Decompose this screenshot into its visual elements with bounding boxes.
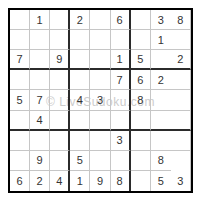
given-digit: 2 xyxy=(77,14,83,26)
cell-r6c6[interactable] xyxy=(111,111,131,131)
cell-r4c6[interactable]: 7 xyxy=(111,70,131,90)
cell-r5c2[interactable]: 7 xyxy=(30,90,50,110)
cell-r3c8[interactable] xyxy=(151,50,171,70)
given-digit: 9 xyxy=(97,175,103,187)
cell-r4c2[interactable] xyxy=(30,70,50,90)
cell-r3c7[interactable]: 5 xyxy=(131,50,151,70)
cell-r7c9[interactable] xyxy=(171,131,191,151)
cell-r2c3[interactable] xyxy=(50,30,70,50)
cell-r7c6[interactable]: 3 xyxy=(111,131,131,151)
given-digit: 1 xyxy=(77,175,83,187)
sudoku-page: © LiveSudoku.com 12638179152762574384395… xyxy=(0,0,200,200)
given-digit: 2 xyxy=(158,74,164,86)
cell-r2c7[interactable] xyxy=(131,30,151,50)
cell-r1c2[interactable]: 1 xyxy=(30,10,50,30)
cell-r3c9[interactable]: 2 xyxy=(171,50,191,70)
cell-r3c5[interactable] xyxy=(90,50,110,70)
cell-r7c8[interactable] xyxy=(151,131,171,151)
cell-r4c3[interactable] xyxy=(50,70,70,90)
cell-r4c1[interactable] xyxy=(10,70,30,90)
given-digit: 5 xyxy=(158,175,164,187)
cell-r4c7[interactable]: 6 xyxy=(131,70,151,90)
cell-r9c7[interactable] xyxy=(131,171,151,191)
given-digit: 8 xyxy=(177,14,183,26)
given-digit: 4 xyxy=(37,114,43,126)
cell-r9c4[interactable]: 1 xyxy=(70,171,90,191)
cell-r9c6[interactable]: 8 xyxy=(111,171,131,191)
cell-r2c9[interactable] xyxy=(171,30,191,50)
given-digit: 3 xyxy=(97,94,103,106)
given-digit: 4 xyxy=(56,175,62,187)
cell-r8c8[interactable]: 8 xyxy=(151,151,171,171)
given-digit: 5 xyxy=(137,53,143,65)
cell-r7c2[interactable] xyxy=(30,131,50,151)
cell-r9c5[interactable]: 9 xyxy=(90,171,110,191)
given-digit: 9 xyxy=(37,154,43,166)
cell-r8c5[interactable] xyxy=(90,151,110,171)
cell-r1c8[interactable]: 3 xyxy=(151,10,171,30)
cell-r9c1[interactable]: 6 xyxy=(10,171,30,191)
cell-r8c7[interactable] xyxy=(131,151,151,171)
cell-r1c3[interactable] xyxy=(50,10,70,30)
given-digit: 9 xyxy=(56,53,62,65)
cell-r9c2[interactable]: 2 xyxy=(30,171,50,191)
given-digit: 8 xyxy=(158,154,164,166)
cell-r3c3[interactable]: 9 xyxy=(50,50,70,70)
cell-r8c4[interactable]: 5 xyxy=(70,151,90,171)
given-digit: 7 xyxy=(37,94,43,106)
given-digit: 8 xyxy=(117,175,123,187)
cell-r5c6[interactable] xyxy=(111,90,131,110)
cell-r6c2[interactable]: 4 xyxy=(30,111,50,131)
cell-r7c3[interactable] xyxy=(50,131,70,151)
cell-r1c9[interactable]: 8 xyxy=(171,10,191,30)
cell-r9c8[interactable]: 5 xyxy=(151,171,171,191)
given-digit: 6 xyxy=(117,14,123,26)
cell-r2c1[interactable] xyxy=(10,30,30,50)
given-digit: 5 xyxy=(16,94,22,106)
cell-r6c1[interactable] xyxy=(10,111,30,131)
given-digit: 2 xyxy=(37,175,43,187)
cell-r2c8[interactable]: 1 xyxy=(151,30,171,50)
given-digit: 3 xyxy=(117,134,123,146)
given-digit: 7 xyxy=(16,53,22,65)
given-digit: 1 xyxy=(158,34,164,46)
cell-r6c5[interactable] xyxy=(90,111,110,131)
cell-r6c3[interactable] xyxy=(50,111,70,131)
cell-r6c8[interactable] xyxy=(151,111,171,131)
cell-r8c1[interactable] xyxy=(10,151,30,171)
given-digit: 7 xyxy=(117,74,123,86)
cell-r5c4[interactable]: 4 xyxy=(70,90,90,110)
sudoku-board: © LiveSudoku.com 12638179152762574384395… xyxy=(8,8,193,193)
cell-r4c9[interactable] xyxy=(171,70,191,90)
cell-r6c4[interactable] xyxy=(70,111,90,131)
cell-r7c4[interactable] xyxy=(70,131,90,151)
cell-r2c5[interactable] xyxy=(90,30,110,50)
cell-r3c1[interactable]: 7 xyxy=(10,50,30,70)
cell-r3c4[interactable] xyxy=(70,50,90,70)
given-digit: 8 xyxy=(137,94,143,106)
given-digit: 1 xyxy=(117,53,123,65)
given-digit: 1 xyxy=(37,14,43,26)
cell-r1c4[interactable]: 2 xyxy=(70,10,90,30)
given-digit: 6 xyxy=(16,175,22,187)
cell-r1c6[interactable]: 6 xyxy=(111,10,131,30)
cell-r9c3[interactable]: 4 xyxy=(50,171,70,191)
cell-r3c6[interactable]: 1 xyxy=(111,50,131,70)
given-digit: 2 xyxy=(177,53,183,65)
cell-r8c6[interactable] xyxy=(111,151,131,171)
cell-r8c9[interactable] xyxy=(171,151,191,171)
cell-r4c8[interactable]: 2 xyxy=(151,70,171,90)
cell-r6c9[interactable] xyxy=(171,111,191,131)
cell-r3c2[interactable] xyxy=(30,50,50,70)
cell-r1c5[interactable] xyxy=(90,10,110,30)
cell-r5c7[interactable]: 8 xyxy=(131,90,151,110)
cell-r1c7[interactable] xyxy=(131,10,151,30)
given-digit: 4 xyxy=(77,94,83,106)
cell-r2c4[interactable] xyxy=(70,30,90,50)
cell-r5c1[interactable]: 5 xyxy=(10,90,30,110)
cell-r5c3[interactable] xyxy=(50,90,70,110)
given-digit: 6 xyxy=(137,74,143,86)
cell-r6c7[interactable] xyxy=(131,111,151,131)
given-digit: 3 xyxy=(177,175,183,187)
given-digit: 3 xyxy=(158,14,164,26)
cell-r4c4[interactable] xyxy=(70,70,90,90)
cell-r7c1[interactable] xyxy=(10,131,30,151)
cell-r1c1[interactable] xyxy=(10,10,30,30)
cell-r4c5[interactable] xyxy=(90,70,110,90)
cell-r5c8[interactable] xyxy=(151,90,171,110)
cell-r7c7[interactable] xyxy=(131,131,151,151)
cell-r2c2[interactable] xyxy=(30,30,50,50)
cell-r5c5[interactable]: 3 xyxy=(90,90,110,110)
cell-r8c3[interactable] xyxy=(50,151,70,171)
cell-r5c9[interactable] xyxy=(171,90,191,110)
cell-r9c9[interactable]: 3 xyxy=(171,171,191,191)
cell-r8c2[interactable]: 9 xyxy=(30,151,50,171)
cell-r7c5[interactable] xyxy=(90,131,110,151)
given-digit: 5 xyxy=(77,154,83,166)
cell-r2c6[interactable] xyxy=(111,30,131,50)
